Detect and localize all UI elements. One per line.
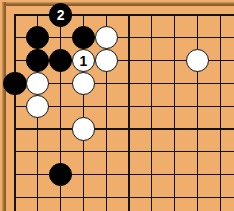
stone-white[interactable]	[72, 72, 95, 95]
grid-line-vertical	[14, 14, 15, 211]
stone-white[interactable]	[26, 95, 49, 118]
grid-line-vertical	[197, 14, 198, 211]
grid-line-horizontal	[14, 197, 234, 198]
move-number-label: 1	[79, 54, 87, 68]
stone-black[interactable]	[3, 72, 26, 95]
move-number-label: 2	[57, 8, 65, 22]
stone-black[interactable]	[72, 26, 95, 49]
stone-black-move-2[interactable]: 2	[49, 3, 72, 26]
grid-line-vertical	[220, 14, 221, 211]
stone-black[interactable]	[49, 163, 72, 186]
stone-white-move-1[interactable]: 1	[72, 49, 95, 72]
stone-white[interactable]	[95, 26, 118, 49]
board-edge-top	[2, 2, 234, 6]
go-board[interactable]: 21	[0, 0, 234, 211]
stone-white[interactable]	[26, 72, 49, 95]
grid-line-vertical	[128, 14, 129, 211]
stone-black[interactable]	[26, 26, 49, 49]
stone-white[interactable]	[95, 49, 118, 72]
stone-white[interactable]	[72, 117, 95, 140]
grid-line-horizontal	[14, 14, 234, 15]
board-edge-left	[2, 2, 6, 211]
stone-white[interactable]	[186, 49, 209, 72]
grid-line-horizontal	[14, 128, 234, 129]
grid-line-horizontal	[14, 174, 234, 175]
stone-black[interactable]	[49, 49, 72, 72]
grid-line-vertical	[151, 14, 152, 211]
stone-black[interactable]	[26, 49, 49, 72]
grid-line-vertical	[174, 14, 175, 211]
grid-line-horizontal	[14, 151, 234, 152]
